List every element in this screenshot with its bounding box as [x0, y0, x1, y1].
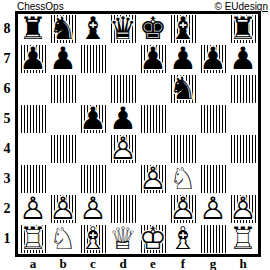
square-e5[interactable]: [138, 104, 168, 134]
square-g1[interactable]: [198, 224, 228, 254]
board-frame: ♜♞♝♛♚♝♜♟♟♟♟♟♟♞♟♟♟♙♟♙♞♘♟♙♟♙♟♙♟♙♟♙♟♙♜♖♞♘♝♗…: [15, 11, 261, 257]
square-e3[interactable]: ♟♙: [138, 164, 168, 194]
white-king: ♚♔: [138, 224, 168, 254]
file-label-c: c: [78, 257, 108, 270]
black-bishop-icon: ♝: [78, 14, 108, 44]
white-bishop-icon: ♗: [168, 224, 198, 254]
square-c7[interactable]: [78, 44, 108, 74]
square-c8[interactable]: ♝: [78, 14, 108, 44]
square-b1[interactable]: ♞♘: [48, 224, 78, 254]
white-queen: ♛♕: [108, 224, 138, 254]
black-pawn-icon: ♟: [138, 44, 168, 74]
rank-label-7: 7: [0, 44, 14, 74]
white-bishop: ♝♗: [168, 224, 198, 254]
square-d8[interactable]: ♛: [108, 14, 138, 44]
square-d4[interactable]: ♟♙: [108, 134, 138, 164]
white-bishop: ♝♗: [78, 224, 108, 254]
white-knight-icon: ♘: [48, 224, 78, 254]
rank-label-4: 4: [0, 134, 14, 164]
rank-label-5: 5: [0, 104, 14, 134]
square-g4[interactable]: [198, 134, 228, 164]
square-b7[interactable]: ♟: [48, 44, 78, 74]
rank-label-1: 1: [0, 224, 14, 254]
square-d7[interactable]: [108, 44, 138, 74]
square-h1[interactable]: ♜♖: [228, 224, 258, 254]
rank-label-8: 8: [0, 14, 14, 44]
rank-label-2: 2: [0, 194, 14, 224]
black-pawn: ♟: [228, 44, 258, 74]
white-pawn: ♟♙: [138, 164, 168, 194]
white-bishop-icon: ♗: [78, 224, 108, 254]
black-pawn: ♟: [138, 44, 168, 74]
square-e1[interactable]: ♚♔: [138, 224, 168, 254]
black-pawn: ♟: [48, 44, 78, 74]
white-pawn-icon: ♙: [138, 164, 168, 194]
square-g7[interactable]: ♟: [198, 44, 228, 74]
square-h6[interactable]: [228, 74, 258, 104]
square-d3[interactable]: [108, 164, 138, 194]
square-b5[interactable]: [48, 104, 78, 134]
white-pawn-icon: ♙: [198, 194, 228, 224]
square-b4[interactable]: [48, 134, 78, 164]
file-label-h: h: [228, 257, 258, 270]
white-knight: ♞♘: [48, 224, 78, 254]
white-queen-icon: ♕: [108, 224, 138, 254]
file-label-b: b: [48, 257, 78, 270]
square-h4[interactable]: [228, 134, 258, 164]
square-f6[interactable]: ♞: [168, 74, 198, 104]
black-pawn: ♟: [18, 44, 48, 74]
square-g2[interactable]: ♟♙: [198, 194, 228, 224]
white-rook: ♜♖: [18, 224, 48, 254]
chessops-diagram: ChessOps © EUdesign 87654321 ♜♞♝♛♚♝♜♟♟♟♟…: [0, 0, 270, 270]
square-c1[interactable]: ♝♗: [78, 224, 108, 254]
square-a6[interactable]: [18, 74, 48, 104]
black-queen-icon: ♛: [108, 14, 138, 44]
white-pawn-icon: ♙: [108, 134, 138, 164]
black-knight-icon: ♞: [168, 74, 198, 104]
rank-label-3: 3: [0, 164, 14, 194]
square-h7[interactable]: ♟: [228, 44, 258, 74]
white-rook-icon: ♖: [228, 224, 258, 254]
black-bishop: ♝: [78, 14, 108, 44]
square-a7[interactable]: ♟: [18, 44, 48, 74]
square-h5[interactable]: [228, 104, 258, 134]
rank-labels: 87654321: [0, 14, 14, 254]
white-pawn: ♟♙: [108, 134, 138, 164]
square-a1[interactable]: ♜♖: [18, 224, 48, 254]
square-d1[interactable]: ♛♕: [108, 224, 138, 254]
rank-label-6: 6: [0, 74, 14, 104]
square-e6[interactable]: [138, 74, 168, 104]
white-rook-icon: ♖: [18, 224, 48, 254]
square-b6[interactable]: [48, 74, 78, 104]
black-pawn-icon: ♟: [18, 44, 48, 74]
black-pawn: ♟: [198, 44, 228, 74]
square-a4[interactable]: [18, 134, 48, 164]
square-a5[interactable]: [18, 104, 48, 134]
black-pawn: ♟: [78, 104, 108, 134]
white-pawn: ♟♙: [198, 194, 228, 224]
chess-board: ♜♞♝♛♚♝♜♟♟♟♟♟♟♞♟♟♟♙♟♙♞♘♟♙♟♙♟♙♟♙♟♙♟♙♜♖♞♘♝♗…: [18, 14, 258, 254]
square-g6[interactable]: [198, 74, 228, 104]
file-label-e: e: [138, 257, 168, 270]
file-label-g: g: [198, 257, 228, 270]
black-pawn-icon: ♟: [48, 44, 78, 74]
black-knight: ♞: [168, 74, 198, 104]
black-pawn-icon: ♟: [198, 44, 228, 74]
square-f1[interactable]: ♝♗: [168, 224, 198, 254]
black-pawn-icon: ♟: [78, 104, 108, 134]
file-label-a: a: [18, 257, 48, 270]
square-e7[interactable]: ♟: [138, 44, 168, 74]
square-f5[interactable]: [168, 104, 198, 134]
black-pawn-icon: ♟: [228, 44, 258, 74]
file-label-d: d: [108, 257, 138, 270]
square-c5[interactable]: ♟: [78, 104, 108, 134]
file-labels: abcdefgh: [18, 257, 258, 270]
black-queen: ♛: [108, 14, 138, 44]
file-label-f: f: [168, 257, 198, 270]
square-g5[interactable]: [198, 104, 228, 134]
white-king-icon: ♔: [138, 224, 168, 254]
square-c4[interactable]: [78, 134, 108, 164]
white-rook: ♜♖: [228, 224, 258, 254]
